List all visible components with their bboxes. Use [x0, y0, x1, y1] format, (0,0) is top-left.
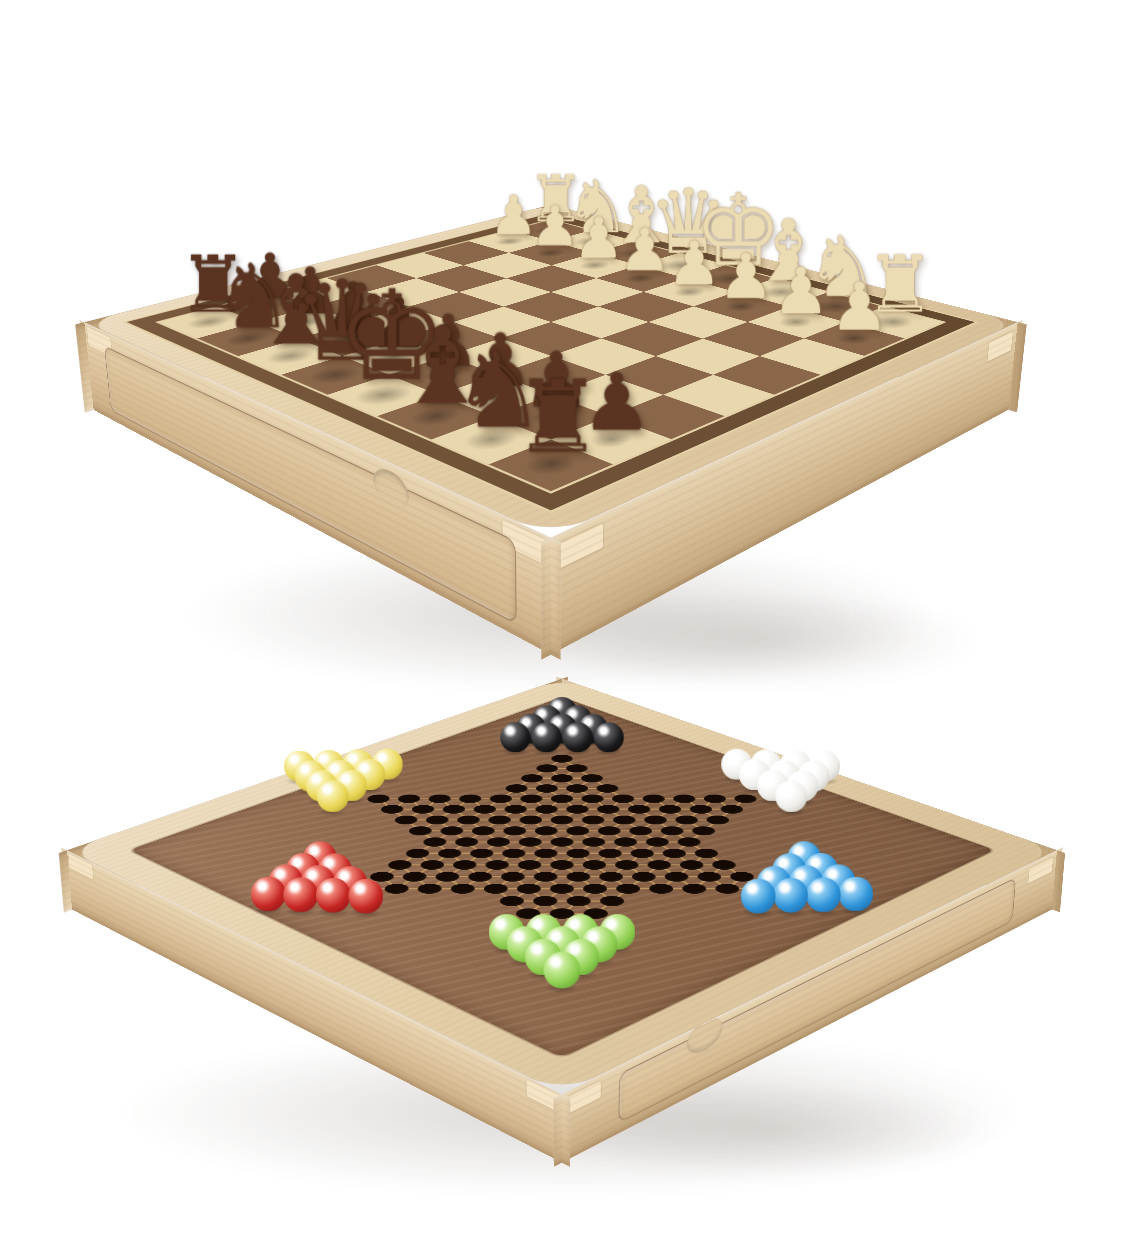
chess-piece-white-pawn-g2[interactable]: ♟ [772, 259, 830, 323]
dovetail-key [987, 331, 1013, 361]
chess-piece-black-rook-h8[interactable]: ♜ [513, 367, 603, 467]
marble-blue-9[interactable] [806, 877, 841, 912]
drawer-finger-notch[interactable] [373, 463, 410, 514]
marble-blue-4[interactable] [741, 879, 776, 914]
chess-board-box: ♜♞♝♛♚♝♞♜♟♟♟♟♟♟♟♟♟♟♟♟♟♟♟♟♜♞♝♛♚♝♞♜ [84, 205, 1017, 538]
marble-green-10[interactable] [544, 952, 581, 989]
dovetail-key [1028, 857, 1053, 883]
dovetail-key [559, 523, 603, 569]
marble-red-10[interactable] [251, 877, 286, 912]
chess-piece-white-pawn-h2[interactable]: ♟ [830, 274, 889, 340]
dovetail-key [567, 1081, 601, 1114]
marble-blue-7[interactable] [773, 878, 808, 913]
marble-red-8[interactable] [283, 877, 318, 912]
marble-blue-10[interactable] [838, 877, 873, 912]
chinese-checkers-board-box [67, 679, 1057, 1094]
